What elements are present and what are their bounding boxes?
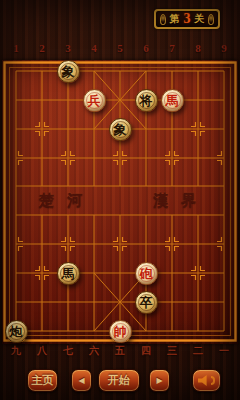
black-horse-piece[interactable]: 馬	[57, 262, 80, 285]
piece-character: 炮	[10, 325, 23, 338]
speaker-wave-icon	[211, 376, 215, 385]
scroll-ornament-icon	[208, 14, 214, 25]
piece-character: 卒	[140, 296, 153, 309]
piece-character: 帥	[114, 325, 127, 338]
file-label: 1	[7, 42, 25, 54]
level-badge: 第 3 关	[154, 9, 220, 29]
home-button[interactable]: 主页	[27, 369, 58, 392]
scroll-ornament-icon	[160, 14, 166, 25]
file-label: 六	[85, 344, 103, 358]
file-label: 6	[137, 42, 155, 54]
file-label: 一	[215, 344, 233, 358]
black-elephant-piece[interactable]: 象	[57, 60, 80, 83]
piece-character: 馬	[62, 267, 75, 280]
level-prefix: 第	[170, 12, 180, 26]
bottom-file-labels: 九八七六五四三二一	[0, 344, 240, 357]
file-label: 三	[163, 344, 181, 358]
black-general-piece[interactable]: 将	[135, 89, 158, 112]
sound-button[interactable]	[192, 369, 221, 392]
red-horse-piece[interactable]: 馬	[161, 89, 184, 112]
top-file-labels: 123456789	[0, 42, 240, 55]
file-label: 8	[189, 42, 207, 54]
start-button[interactable]: 开始	[98, 369, 140, 392]
left-arrow-icon: ◀	[78, 377, 84, 385]
next-move-button[interactable]: ▶	[149, 369, 170, 392]
black-cannon-piece[interactable]: 炮	[5, 320, 28, 343]
file-label: 七	[59, 344, 77, 358]
red-general-piece[interactable]: 帥	[109, 320, 132, 343]
black-elephant-piece[interactable]: 象	[109, 118, 132, 141]
level-suffix: 关	[194, 12, 204, 26]
river-label-right: 漢界	[153, 191, 209, 210]
piece-character: 砲	[140, 267, 153, 280]
file-label: 5	[111, 42, 129, 54]
black-soldier-piece[interactable]: 卒	[135, 291, 158, 314]
previous-move-button[interactable]: ◀	[71, 369, 92, 392]
piece-character: 象	[114, 123, 127, 136]
red-cannon-piece[interactable]: 砲	[135, 262, 158, 285]
file-label: 3	[59, 42, 77, 54]
file-label: 四	[137, 344, 155, 358]
piece-character: 象	[62, 65, 75, 78]
speaker-icon	[198, 375, 210, 386]
red-soldier-piece[interactable]: 兵	[83, 89, 106, 112]
file-label: 九	[7, 344, 25, 358]
piece-character: 兵	[88, 94, 101, 107]
piece-character: 将	[140, 94, 153, 107]
xiangqi-app-screen: 第 3 关 123456789	[0, 0, 240, 400]
file-label: 7	[163, 42, 181, 54]
file-label: 八	[33, 344, 51, 358]
piece-character: 馬	[166, 94, 179, 107]
file-label: 五	[111, 344, 129, 358]
xiangqi-board[interactable]: 楚河 漢界 象兵将馬象馬砲卒帥炮	[2, 60, 238, 344]
level-number: 3	[184, 12, 191, 26]
file-label: 2	[33, 42, 51, 54]
file-label: 9	[215, 42, 233, 54]
river-label-left: 楚河	[39, 191, 95, 210]
right-arrow-icon: ▶	[156, 377, 162, 385]
file-label: 4	[85, 42, 103, 54]
file-label: 二	[189, 344, 207, 358]
